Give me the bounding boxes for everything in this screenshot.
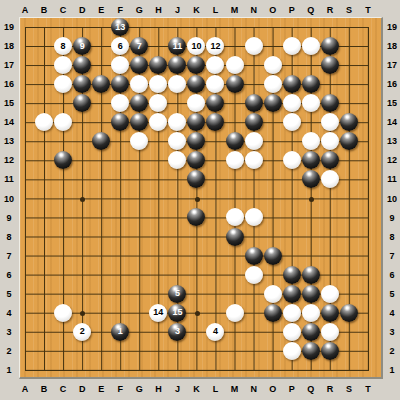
intersection-h10[interactable] xyxy=(149,189,168,208)
intersection-f11[interactable] xyxy=(111,170,130,189)
intersection-q18[interactable] xyxy=(301,37,320,56)
intersection-r4[interactable] xyxy=(320,303,339,322)
intersection-f3[interactable]: 1 xyxy=(111,322,130,341)
intersection-l10[interactable] xyxy=(206,189,225,208)
intersection-r17[interactable] xyxy=(320,56,339,75)
intersection-s15[interactable] xyxy=(339,94,358,113)
intersection-f5[interactable] xyxy=(111,284,130,303)
intersection-p18[interactable] xyxy=(282,37,301,56)
intersection-p2[interactable] xyxy=(282,341,301,360)
intersection-j13[interactable] xyxy=(168,132,187,151)
intersection-q9[interactable] xyxy=(301,208,320,227)
intersection-h1[interactable] xyxy=(149,360,168,379)
intersection-o9[interactable] xyxy=(263,208,282,227)
intersection-d8[interactable] xyxy=(73,227,92,246)
intersection-h2[interactable] xyxy=(149,341,168,360)
intersection-e6[interactable] xyxy=(92,265,111,284)
intersection-h14[interactable] xyxy=(149,113,168,132)
intersection-d15[interactable] xyxy=(73,94,92,113)
intersection-g4[interactable] xyxy=(130,303,149,322)
intersection-r14[interactable] xyxy=(320,113,339,132)
intersection-o2[interactable] xyxy=(263,341,282,360)
intersection-l1[interactable] xyxy=(206,360,225,379)
intersection-g14[interactable] xyxy=(130,113,149,132)
intersection-e17[interactable] xyxy=(92,56,111,75)
intersection-h12[interactable] xyxy=(149,151,168,170)
intersection-g5[interactable] xyxy=(130,284,149,303)
intersection-k1[interactable] xyxy=(187,360,206,379)
intersection-l5[interactable] xyxy=(206,284,225,303)
intersection-c16[interactable] xyxy=(54,75,73,94)
intersection-s5[interactable] xyxy=(339,284,358,303)
intersection-d12[interactable] xyxy=(73,151,92,170)
intersection-f4[interactable] xyxy=(111,303,130,322)
intersection-o3[interactable] xyxy=(263,322,282,341)
intersection-j10[interactable] xyxy=(168,189,187,208)
intersection-o7[interactable] xyxy=(263,246,282,265)
intersection-p19[interactable] xyxy=(282,18,301,37)
intersection-n14[interactable] xyxy=(244,113,263,132)
intersection-a8[interactable] xyxy=(16,227,35,246)
intersection-k14[interactable] xyxy=(187,113,206,132)
intersection-n8[interactable] xyxy=(244,227,263,246)
intersection-s16[interactable] xyxy=(339,75,358,94)
intersection-l4[interactable] xyxy=(206,303,225,322)
intersection-s12[interactable] xyxy=(339,151,358,170)
intersection-b9[interactable] xyxy=(35,208,54,227)
intersection-d2[interactable] xyxy=(73,341,92,360)
intersection-h13[interactable] xyxy=(149,132,168,151)
intersection-s1[interactable] xyxy=(339,360,358,379)
intersection-n7[interactable] xyxy=(244,246,263,265)
intersection-d5[interactable] xyxy=(73,284,92,303)
intersection-r9[interactable] xyxy=(320,208,339,227)
intersection-d11[interactable] xyxy=(73,170,92,189)
intersection-b7[interactable] xyxy=(35,246,54,265)
intersection-j18[interactable]: 11 xyxy=(168,37,187,56)
intersection-a9[interactable] xyxy=(16,208,35,227)
intersection-p17[interactable] xyxy=(282,56,301,75)
intersection-n4[interactable] xyxy=(244,303,263,322)
intersection-t16[interactable] xyxy=(358,75,377,94)
intersection-q1[interactable] xyxy=(301,360,320,379)
intersection-b2[interactable] xyxy=(35,341,54,360)
intersection-n15[interactable] xyxy=(244,94,263,113)
intersection-d19[interactable] xyxy=(73,18,92,37)
intersection-m10[interactable] xyxy=(225,189,244,208)
intersection-e5[interactable] xyxy=(92,284,111,303)
intersection-k9[interactable] xyxy=(187,208,206,227)
intersection-f12[interactable] xyxy=(111,151,130,170)
intersection-s18[interactable] xyxy=(339,37,358,56)
intersection-o16[interactable] xyxy=(263,75,282,94)
intersection-e4[interactable] xyxy=(92,303,111,322)
intersection-n18[interactable] xyxy=(244,37,263,56)
intersection-a6[interactable] xyxy=(16,265,35,284)
intersection-l18[interactable]: 12 xyxy=(206,37,225,56)
intersection-g9[interactable] xyxy=(130,208,149,227)
intersection-a15[interactable] xyxy=(16,94,35,113)
intersection-g3[interactable] xyxy=(130,322,149,341)
intersection-l9[interactable] xyxy=(206,208,225,227)
intersection-c14[interactable] xyxy=(54,113,73,132)
intersection-p7[interactable] xyxy=(282,246,301,265)
intersection-s3[interactable] xyxy=(339,322,358,341)
intersection-l6[interactable] xyxy=(206,265,225,284)
intersection-d16[interactable] xyxy=(73,75,92,94)
intersection-p15[interactable] xyxy=(282,94,301,113)
intersection-l17[interactable] xyxy=(206,56,225,75)
intersection-k17[interactable] xyxy=(187,56,206,75)
intersection-b1[interactable] xyxy=(35,360,54,379)
intersection-f13[interactable] xyxy=(111,132,130,151)
intersection-s2[interactable] xyxy=(339,341,358,360)
intersection-h4[interactable]: 14 xyxy=(149,303,168,322)
intersection-h6[interactable] xyxy=(149,265,168,284)
intersection-b18[interactable] xyxy=(35,37,54,56)
intersection-h16[interactable] xyxy=(149,75,168,94)
intersection-a18[interactable] xyxy=(16,37,35,56)
intersection-f14[interactable] xyxy=(111,113,130,132)
intersection-q2[interactable] xyxy=(301,341,320,360)
intersection-o18[interactable] xyxy=(263,37,282,56)
intersection-g18[interactable]: 7 xyxy=(130,37,149,56)
intersection-n11[interactable] xyxy=(244,170,263,189)
intersection-o8[interactable] xyxy=(263,227,282,246)
intersection-g7[interactable] xyxy=(130,246,149,265)
intersection-r10[interactable] xyxy=(320,189,339,208)
intersection-m4[interactable] xyxy=(225,303,244,322)
intersection-b17[interactable] xyxy=(35,56,54,75)
intersection-s4[interactable] xyxy=(339,303,358,322)
intersection-r16[interactable] xyxy=(320,75,339,94)
intersection-j17[interactable] xyxy=(168,56,187,75)
intersection-q13[interactable] xyxy=(301,132,320,151)
intersection-c3[interactable] xyxy=(54,322,73,341)
intersection-l12[interactable] xyxy=(206,151,225,170)
intersection-s19[interactable] xyxy=(339,18,358,37)
intersection-t7[interactable] xyxy=(358,246,377,265)
intersection-a2[interactable] xyxy=(16,341,35,360)
intersection-a14[interactable] xyxy=(16,113,35,132)
intersection-p9[interactable] xyxy=(282,208,301,227)
intersection-j2[interactable] xyxy=(168,341,187,360)
intersection-e18[interactable] xyxy=(92,37,111,56)
intersection-n9[interactable] xyxy=(244,208,263,227)
intersection-d6[interactable] xyxy=(73,265,92,284)
intersection-n1[interactable] xyxy=(244,360,263,379)
intersection-l14[interactable] xyxy=(206,113,225,132)
intersection-r12[interactable] xyxy=(320,151,339,170)
intersection-s11[interactable] xyxy=(339,170,358,189)
intersection-q4[interactable] xyxy=(301,303,320,322)
intersection-m12[interactable] xyxy=(225,151,244,170)
intersection-q14[interactable] xyxy=(301,113,320,132)
intersection-t4[interactable] xyxy=(358,303,377,322)
intersection-b14[interactable] xyxy=(35,113,54,132)
intersection-e14[interactable] xyxy=(92,113,111,132)
intersection-m14[interactable] xyxy=(225,113,244,132)
intersection-s9[interactable] xyxy=(339,208,358,227)
intersection-m5[interactable] xyxy=(225,284,244,303)
intersection-t14[interactable] xyxy=(358,113,377,132)
intersection-t2[interactable] xyxy=(358,341,377,360)
intersection-c7[interactable] xyxy=(54,246,73,265)
intersection-c15[interactable] xyxy=(54,94,73,113)
intersection-t12[interactable] xyxy=(358,151,377,170)
intersection-e10[interactable] xyxy=(92,189,111,208)
intersection-q17[interactable] xyxy=(301,56,320,75)
intersection-c5[interactable] xyxy=(54,284,73,303)
intersection-a13[interactable] xyxy=(16,132,35,151)
intersection-e8[interactable] xyxy=(92,227,111,246)
intersection-c8[interactable] xyxy=(54,227,73,246)
intersection-l3[interactable]: 4 xyxy=(206,322,225,341)
intersection-p1[interactable] xyxy=(282,360,301,379)
intersection-q6[interactable] xyxy=(301,265,320,284)
intersection-a10[interactable] xyxy=(16,189,35,208)
intersection-j14[interactable] xyxy=(168,113,187,132)
intersection-t9[interactable] xyxy=(358,208,377,227)
intersection-f1[interactable] xyxy=(111,360,130,379)
intersection-a19[interactable] xyxy=(16,18,35,37)
intersection-e3[interactable] xyxy=(92,322,111,341)
intersection-m18[interactable] xyxy=(225,37,244,56)
intersection-k13[interactable] xyxy=(187,132,206,151)
intersection-j19[interactable] xyxy=(168,18,187,37)
intersection-a12[interactable] xyxy=(16,151,35,170)
intersection-p10[interactable] xyxy=(282,189,301,208)
intersection-c10[interactable] xyxy=(54,189,73,208)
intersection-p6[interactable] xyxy=(282,265,301,284)
intersection-g16[interactable] xyxy=(130,75,149,94)
intersection-g13[interactable] xyxy=(130,132,149,151)
intersection-k11[interactable] xyxy=(187,170,206,189)
intersection-e16[interactable] xyxy=(92,75,111,94)
intersection-p16[interactable] xyxy=(282,75,301,94)
intersection-q10[interactable] xyxy=(301,189,320,208)
intersection-k15[interactable] xyxy=(187,94,206,113)
intersection-j3[interactable]: 3 xyxy=(168,322,187,341)
intersection-r2[interactable] xyxy=(320,341,339,360)
intersection-a1[interactable] xyxy=(16,360,35,379)
intersection-q11[interactable] xyxy=(301,170,320,189)
intersection-g11[interactable] xyxy=(130,170,149,189)
intersection-m15[interactable] xyxy=(225,94,244,113)
intersection-o4[interactable] xyxy=(263,303,282,322)
intersection-h11[interactable] xyxy=(149,170,168,189)
intersection-p14[interactable] xyxy=(282,113,301,132)
intersection-o13[interactable] xyxy=(263,132,282,151)
intersection-b4[interactable] xyxy=(35,303,54,322)
intersection-d13[interactable] xyxy=(73,132,92,151)
intersection-m8[interactable] xyxy=(225,227,244,246)
intersection-m19[interactable] xyxy=(225,18,244,37)
intersection-r6[interactable] xyxy=(320,265,339,284)
intersection-r15[interactable] xyxy=(320,94,339,113)
intersection-n6[interactable] xyxy=(244,265,263,284)
intersection-r5[interactable] xyxy=(320,284,339,303)
intersection-q16[interactable] xyxy=(301,75,320,94)
intersection-p5[interactable] xyxy=(282,284,301,303)
intersection-c6[interactable] xyxy=(54,265,73,284)
intersection-o12[interactable] xyxy=(263,151,282,170)
intersection-p8[interactable] xyxy=(282,227,301,246)
intersection-b8[interactable] xyxy=(35,227,54,246)
intersection-b10[interactable] xyxy=(35,189,54,208)
intersection-k5[interactable] xyxy=(187,284,206,303)
intersection-b15[interactable] xyxy=(35,94,54,113)
intersection-o11[interactable] xyxy=(263,170,282,189)
intersection-l15[interactable] xyxy=(206,94,225,113)
intersection-e7[interactable] xyxy=(92,246,111,265)
intersection-f16[interactable] xyxy=(111,75,130,94)
intersection-s7[interactable] xyxy=(339,246,358,265)
intersection-p13[interactable] xyxy=(282,132,301,151)
intersection-p11[interactable] xyxy=(282,170,301,189)
intersection-h17[interactable] xyxy=(149,56,168,75)
intersection-g19[interactable] xyxy=(130,18,149,37)
intersection-n5[interactable] xyxy=(244,284,263,303)
intersection-b13[interactable] xyxy=(35,132,54,151)
intersection-s6[interactable] xyxy=(339,265,358,284)
intersection-r19[interactable] xyxy=(320,18,339,37)
intersection-t18[interactable] xyxy=(358,37,377,56)
intersection-s8[interactable] xyxy=(339,227,358,246)
intersection-d10[interactable] xyxy=(73,189,92,208)
intersection-t1[interactable] xyxy=(358,360,377,379)
intersection-t15[interactable] xyxy=(358,94,377,113)
intersection-k7[interactable] xyxy=(187,246,206,265)
intersection-g1[interactable] xyxy=(130,360,149,379)
intersection-d18[interactable]: 9 xyxy=(73,37,92,56)
intersection-t19[interactable] xyxy=(358,18,377,37)
intersection-r3[interactable] xyxy=(320,322,339,341)
intersection-q7[interactable] xyxy=(301,246,320,265)
intersection-m16[interactable] xyxy=(225,75,244,94)
intersection-t3[interactable] xyxy=(358,322,377,341)
intersection-k2[interactable] xyxy=(187,341,206,360)
intersection-m1[interactable] xyxy=(225,360,244,379)
intersection-t5[interactable] xyxy=(358,284,377,303)
intersection-t10[interactable] xyxy=(358,189,377,208)
intersection-c1[interactable] xyxy=(54,360,73,379)
intersection-r11[interactable] xyxy=(320,170,339,189)
intersection-q19[interactable] xyxy=(301,18,320,37)
intersection-b11[interactable] xyxy=(35,170,54,189)
intersection-s17[interactable] xyxy=(339,56,358,75)
intersection-h3[interactable] xyxy=(149,322,168,341)
intersection-p4[interactable] xyxy=(282,303,301,322)
intersection-g12[interactable] xyxy=(130,151,149,170)
intersection-q12[interactable] xyxy=(301,151,320,170)
intersection-b5[interactable] xyxy=(35,284,54,303)
intersection-k16[interactable] xyxy=(187,75,206,94)
intersection-d4[interactable] xyxy=(73,303,92,322)
intersection-h8[interactable] xyxy=(149,227,168,246)
intersection-k12[interactable] xyxy=(187,151,206,170)
intersection-t11[interactable] xyxy=(358,170,377,189)
intersection-b16[interactable] xyxy=(35,75,54,94)
intersection-c11[interactable] xyxy=(54,170,73,189)
intersection-j1[interactable] xyxy=(168,360,187,379)
intersection-q8[interactable] xyxy=(301,227,320,246)
intersection-t13[interactable] xyxy=(358,132,377,151)
intersection-h5[interactable] xyxy=(149,284,168,303)
intersection-f17[interactable] xyxy=(111,56,130,75)
intersection-o6[interactable] xyxy=(263,265,282,284)
intersection-h18[interactable] xyxy=(149,37,168,56)
intersection-r1[interactable] xyxy=(320,360,339,379)
intersection-g15[interactable] xyxy=(130,94,149,113)
intersection-l19[interactable] xyxy=(206,18,225,37)
intersection-p3[interactable] xyxy=(282,322,301,341)
intersection-e9[interactable] xyxy=(92,208,111,227)
intersection-c18[interactable]: 8 xyxy=(54,37,73,56)
intersection-a17[interactable] xyxy=(16,56,35,75)
intersection-r13[interactable] xyxy=(320,132,339,151)
intersection-m6[interactable] xyxy=(225,265,244,284)
intersection-n3[interactable] xyxy=(244,322,263,341)
intersection-l8[interactable] xyxy=(206,227,225,246)
intersection-f8[interactable] xyxy=(111,227,130,246)
intersection-d9[interactable] xyxy=(73,208,92,227)
intersection-g6[interactable] xyxy=(130,265,149,284)
intersection-n12[interactable] xyxy=(244,151,263,170)
intersection-j15[interactable] xyxy=(168,94,187,113)
intersection-h9[interactable] xyxy=(149,208,168,227)
intersection-g17[interactable] xyxy=(130,56,149,75)
intersection-f19[interactable]: 13 xyxy=(111,18,130,37)
intersection-k19[interactable] xyxy=(187,18,206,37)
intersection-j16[interactable] xyxy=(168,75,187,94)
intersection-n17[interactable] xyxy=(244,56,263,75)
intersection-b6[interactable] xyxy=(35,265,54,284)
intersection-j6[interactable] xyxy=(168,265,187,284)
intersection-o17[interactable] xyxy=(263,56,282,75)
intersection-e13[interactable] xyxy=(92,132,111,151)
intersection-l13[interactable] xyxy=(206,132,225,151)
intersection-e2[interactable] xyxy=(92,341,111,360)
intersection-l11[interactable] xyxy=(206,170,225,189)
intersection-k4[interactable] xyxy=(187,303,206,322)
intersection-j9[interactable] xyxy=(168,208,187,227)
intersection-m11[interactable] xyxy=(225,170,244,189)
intersection-c4[interactable] xyxy=(54,303,73,322)
intersection-m9[interactable] xyxy=(225,208,244,227)
intersection-n2[interactable] xyxy=(244,341,263,360)
intersection-h19[interactable] xyxy=(149,18,168,37)
intersection-o1[interactable] xyxy=(263,360,282,379)
intersection-a5[interactable] xyxy=(16,284,35,303)
intersection-g8[interactable] xyxy=(130,227,149,246)
intersection-d7[interactable] xyxy=(73,246,92,265)
intersection-g10[interactable] xyxy=(130,189,149,208)
intersection-q3[interactable] xyxy=(301,322,320,341)
intersection-m3[interactable] xyxy=(225,322,244,341)
intersection-c2[interactable] xyxy=(54,341,73,360)
intersection-m7[interactable] xyxy=(225,246,244,265)
intersection-s13[interactable] xyxy=(339,132,358,151)
intersection-k18[interactable]: 10 xyxy=(187,37,206,56)
intersection-n16[interactable] xyxy=(244,75,263,94)
intersection-n13[interactable] xyxy=(244,132,263,151)
intersection-d14[interactable] xyxy=(73,113,92,132)
intersection-n19[interactable] xyxy=(244,18,263,37)
intersection-f10[interactable] xyxy=(111,189,130,208)
intersection-j8[interactable] xyxy=(168,227,187,246)
intersection-c9[interactable] xyxy=(54,208,73,227)
